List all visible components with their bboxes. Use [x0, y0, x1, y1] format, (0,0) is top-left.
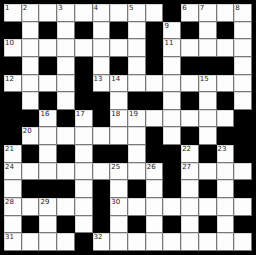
- white-cell-r3c13[interactable]: [217, 39, 235, 57]
- black-cell-r6c11: [181, 92, 199, 110]
- white-cell-r5c10[interactable]: [163, 75, 181, 93]
- white-cell-r12c3[interactable]: 29: [39, 198, 57, 216]
- white-cell-r5c9[interactable]: [146, 75, 164, 93]
- black-cell-r11c8: [128, 180, 146, 198]
- white-cell-r5c13[interactable]: [217, 75, 235, 93]
- white-cell-r8c3[interactable]: [39, 127, 57, 145]
- black-cell-r11c4: [57, 180, 75, 198]
- white-cell-r2c8[interactable]: [128, 22, 146, 40]
- white-cell-r5c8[interactable]: [128, 75, 146, 93]
- clue-number-4: 4: [94, 4, 98, 12]
- black-cell-r9c12: [199, 145, 217, 163]
- white-cell-r1c7[interactable]: [110, 4, 128, 22]
- white-cell-r7c10[interactable]: [163, 110, 181, 128]
- white-cell-r8c10[interactable]: [163, 127, 181, 145]
- clue-number-19: 19: [129, 110, 138, 118]
- white-cell-r7c5[interactable]: 17: [75, 110, 93, 128]
- clue-number-23: 23: [218, 145, 227, 153]
- white-cell-r6c14[interactable]: [234, 92, 252, 110]
- black-cell-r3c9: [146, 39, 164, 57]
- black-cell-r7c1: [4, 110, 22, 128]
- white-cell-r5c4[interactable]: [57, 75, 75, 93]
- white-cell-r4c2[interactable]: [22, 57, 40, 75]
- black-cell-r6c6: [93, 92, 111, 110]
- black-cell-r2c11: [181, 22, 199, 40]
- white-cell-r14c9[interactable]: [146, 233, 164, 251]
- white-cell-r12c9[interactable]: [146, 198, 164, 216]
- white-cell-r3c1[interactable]: 10: [4, 39, 22, 57]
- black-cell-r11c6: [93, 180, 111, 198]
- black-cell-r10c10: [163, 163, 181, 181]
- white-cell-r10c3[interactable]: [39, 163, 57, 181]
- black-cell-r7c6: [93, 110, 111, 128]
- white-cell-r1c2[interactable]: 2: [22, 4, 40, 22]
- white-cell-r1c6[interactable]: 4: [93, 4, 111, 22]
- white-cell-r4c14[interactable]: [234, 57, 252, 75]
- white-cell-r8c5[interactable]: [75, 127, 93, 145]
- white-cell-r9c13[interactable]: 23: [217, 145, 235, 163]
- black-cell-r7c14: [234, 110, 252, 128]
- white-cell-r13c9[interactable]: [146, 216, 164, 234]
- black-cell-r8c9: [146, 127, 164, 145]
- black-cell-r1c10: [163, 4, 181, 22]
- black-cell-r11c10: [163, 180, 181, 198]
- white-cell-r9c5[interactable]: [75, 145, 93, 163]
- white-cell-r10c13[interactable]: [217, 163, 235, 181]
- clue-number-7: 7: [200, 4, 204, 12]
- white-cell-r12c5[interactable]: [75, 198, 93, 216]
- black-cell-r4c11: [181, 57, 199, 75]
- white-cell-r1c9[interactable]: [146, 4, 164, 22]
- black-cell-r8c14: [234, 127, 252, 145]
- white-cell-r12c10[interactable]: [163, 198, 181, 216]
- white-cell-r1c5[interactable]: [75, 4, 93, 22]
- white-cell-r6c2[interactable]: [22, 92, 40, 110]
- white-cell-r5c2[interactable]: [22, 75, 40, 93]
- clue-number-29: 29: [40, 198, 49, 206]
- white-cell-r12c2[interactable]: [22, 198, 40, 216]
- white-cell-r10c5[interactable]: [75, 163, 93, 181]
- white-cell-r2c6[interactable]: [93, 22, 111, 40]
- white-cell-r12c1[interactable]: 28: [4, 198, 22, 216]
- white-cell-r4c8[interactable]: [128, 57, 146, 75]
- white-cell-r10c2[interactable]: [22, 163, 40, 181]
- clue-number-9: 9: [164, 22, 168, 30]
- black-cell-r5c5: [75, 75, 93, 93]
- white-cell-r2c2[interactable]: [22, 22, 40, 40]
- white-cell-r9c1[interactable]: 21: [4, 145, 22, 163]
- white-cell-r4c10[interactable]: [163, 57, 181, 75]
- black-cell-r2c5: [75, 22, 93, 40]
- white-cell-r4c6[interactable]: [93, 57, 111, 75]
- white-cell-r10c4[interactable]: [57, 163, 75, 181]
- black-cell-r9c2: [22, 145, 40, 163]
- white-cell-r13c11[interactable]: [181, 216, 199, 234]
- clue-number-14: 14: [111, 75, 120, 83]
- black-cell-r6c8: [128, 92, 146, 110]
- white-cell-r7c7[interactable]: 18: [110, 110, 128, 128]
- white-cell-r14c14[interactable]: [234, 233, 252, 251]
- black-cell-r6c3: [39, 92, 57, 110]
- clue-number-24: 24: [5, 163, 14, 171]
- white-cell-r13c1[interactable]: [4, 216, 22, 234]
- white-cell-r13c5[interactable]: [75, 216, 93, 234]
- white-cell-r7c13[interactable]: [217, 110, 235, 128]
- white-cell-r14c3[interactable]: [39, 233, 57, 251]
- white-cell-r11c7[interactable]: [110, 180, 128, 198]
- clue-number-27: 27: [182, 163, 191, 171]
- black-cell-r9c10: [163, 145, 181, 163]
- black-cell-r2c3: [39, 22, 57, 40]
- black-cell-r4c9: [146, 57, 164, 75]
- black-cell-r8c13: [217, 127, 235, 145]
- white-cell-r11c5[interactable]: [75, 180, 93, 198]
- white-cell-r9c8[interactable]: [128, 145, 146, 163]
- white-cell-r10c6[interactable]: [93, 163, 111, 181]
- white-cell-r5c3[interactable]: [39, 75, 57, 93]
- black-cell-r13c4: [57, 216, 75, 234]
- black-cell-r4c13: [217, 57, 235, 75]
- clue-number-21: 21: [5, 145, 14, 153]
- clue-number-16: 16: [40, 110, 49, 118]
- white-cell-r12c12[interactable]: [199, 198, 217, 216]
- white-cell-r1c12[interactable]: 7: [199, 4, 217, 22]
- white-cell-r5c12[interactable]: 15: [199, 75, 217, 93]
- black-cell-r4c7: [110, 57, 128, 75]
- white-cell-r10c11[interactable]: 27: [181, 163, 199, 181]
- white-cell-r3c11[interactable]: [181, 39, 199, 57]
- black-cell-r13c12: [199, 216, 217, 234]
- black-cell-r2c9: [146, 22, 164, 40]
- clue-number-3: 3: [58, 4, 62, 12]
- black-cell-r4c3: [39, 57, 57, 75]
- black-cell-r6c9: [146, 92, 164, 110]
- black-cell-r2c13: [217, 22, 235, 40]
- white-cell-r10c7[interactable]: 25: [110, 163, 128, 181]
- black-cell-r13c10: [163, 216, 181, 234]
- white-cell-r10c9[interactable]: 26: [146, 163, 164, 181]
- white-cell-r5c6[interactable]: 13: [93, 75, 111, 93]
- white-cell-r3c6[interactable]: [93, 39, 111, 57]
- clue-number-25: 25: [111, 163, 120, 171]
- white-cell-r13c7[interactable]: [110, 216, 128, 234]
- clue-number-6: 6: [182, 4, 186, 12]
- black-cell-r2c7: [110, 22, 128, 40]
- white-cell-r1c4[interactable]: 3: [57, 4, 75, 22]
- white-cell-r3c14[interactable]: [234, 39, 252, 57]
- white-cell-r8c8[interactable]: [128, 127, 146, 145]
- clue-number-2: 2: [23, 4, 27, 12]
- white-cell-r5c14[interactable]: [234, 75, 252, 93]
- white-cell-r11c9[interactable]: [146, 180, 164, 198]
- white-cell-r13c3[interactable]: [39, 216, 57, 234]
- white-cell-r5c7[interactable]: 14: [110, 75, 128, 93]
- white-cell-r1c13[interactable]: [217, 4, 235, 22]
- white-cell-r1c1[interactable]: 1: [4, 4, 22, 22]
- black-cell-r11c14: [234, 180, 252, 198]
- white-cell-r13c13[interactable]: [217, 216, 235, 234]
- clue-number-20: 20: [23, 127, 32, 135]
- white-cell-r12c14[interactable]: [234, 198, 252, 216]
- white-cell-r2c4[interactable]: [57, 22, 75, 40]
- black-cell-r13c8: [128, 216, 146, 234]
- white-cell-r8c7[interactable]: [110, 127, 128, 145]
- white-cell-r3c8[interactable]: [128, 39, 146, 57]
- clue-number-8: 8: [235, 4, 239, 12]
- black-cell-r11c3: [39, 180, 57, 198]
- white-cell-r11c11[interactable]: [181, 180, 199, 198]
- white-cell-r3c3[interactable]: [39, 39, 57, 57]
- black-cell-r13c14: [234, 216, 252, 234]
- black-cell-r13c6: [93, 216, 111, 234]
- white-cell-r1c14[interactable]: 8: [234, 4, 252, 22]
- black-cell-r4c12: [199, 57, 217, 75]
- white-cell-r3c10[interactable]: 11: [163, 39, 181, 57]
- clue-number-5: 5: [129, 4, 133, 12]
- black-cell-r8c1: [4, 127, 22, 145]
- white-cell-r14c2[interactable]: [22, 233, 40, 251]
- white-cell-r6c12[interactable]: [199, 92, 217, 110]
- white-cell-r11c1[interactable]: [4, 180, 22, 198]
- white-cell-r3c2[interactable]: [22, 39, 40, 57]
- white-cell-r11c13[interactable]: [217, 180, 235, 198]
- white-cell-r14c13[interactable]: [217, 233, 235, 251]
- white-cell-r12c4[interactable]: [57, 198, 75, 216]
- white-cell-r3c7[interactable]: [110, 39, 128, 57]
- black-cell-r9c4: [57, 145, 75, 163]
- black-cell-r7c2: [22, 110, 40, 128]
- white-cell-r3c12[interactable]: [199, 39, 217, 57]
- black-cell-r7c4: [57, 110, 75, 128]
- clue-number-31: 31: [5, 233, 14, 241]
- white-cell-r7c12[interactable]: [199, 110, 217, 128]
- white-cell-r12c13[interactable]: [217, 198, 235, 216]
- black-cell-r6c5: [75, 92, 93, 110]
- white-cell-r10c8[interactable]: [128, 163, 146, 181]
- white-cell-r8c12[interactable]: [199, 127, 217, 145]
- white-cell-r2c10[interactable]: 9: [163, 22, 181, 40]
- white-cell-r14c6[interactable]: 32: [93, 233, 111, 251]
- white-cell-r14c11[interactable]: [181, 233, 199, 251]
- white-cell-r14c8[interactable]: [128, 233, 146, 251]
- black-cell-r2c1: [4, 22, 22, 40]
- black-cell-r6c1: [4, 92, 22, 110]
- clue-number-13: 13: [94, 75, 103, 83]
- clue-number-12: 12: [5, 75, 14, 83]
- black-cell-r4c5: [75, 57, 93, 75]
- black-cell-r8c11: [181, 127, 199, 145]
- white-cell-r2c12[interactable]: [199, 22, 217, 40]
- white-cell-r10c12[interactable]: [199, 163, 217, 181]
- white-cell-r5c11[interactable]: [181, 75, 199, 93]
- black-cell-r9c6: [93, 145, 111, 163]
- black-cell-r12c6: [93, 198, 111, 216]
- black-cell-r9c9: [146, 145, 164, 163]
- crossword-grid: 1234567891011121314151617181920212223242…: [0, 0, 256, 255]
- white-cell-r8c6[interactable]: [93, 127, 111, 145]
- white-cell-r12c7[interactable]: 30: [110, 198, 128, 216]
- black-cell-r9c7: [110, 145, 128, 163]
- white-cell-r1c11[interactable]: 6: [181, 4, 199, 22]
- white-cell-r14c1[interactable]: 31: [4, 233, 22, 251]
- white-cell-r14c10[interactable]: [163, 233, 181, 251]
- white-cell-r3c5[interactable]: [75, 39, 93, 57]
- white-cell-r12c11[interactable]: [181, 198, 199, 216]
- clue-number-11: 11: [164, 39, 173, 47]
- white-cell-r6c10[interactable]: [163, 92, 181, 110]
- white-cell-r4c4[interactable]: [57, 57, 75, 75]
- white-cell-r7c9[interactable]: [146, 110, 164, 128]
- clue-number-22: 22: [182, 145, 191, 153]
- white-cell-r3c4[interactable]: [57, 39, 75, 57]
- white-cell-r2c14[interactable]: [234, 22, 252, 40]
- white-cell-r7c11[interactable]: [181, 110, 199, 128]
- white-cell-r9c3[interactable]: [39, 145, 57, 163]
- white-cell-r10c1[interactable]: 24: [4, 163, 22, 181]
- black-cell-r14c5: [75, 233, 93, 251]
- clue-number-15: 15: [200, 75, 209, 83]
- black-cell-r11c2: [22, 180, 40, 198]
- white-cell-r7c8[interactable]: 19: [128, 110, 146, 128]
- white-cell-r6c7[interactable]: [110, 92, 128, 110]
- clue-number-30: 30: [111, 198, 120, 206]
- black-cell-r6c13: [217, 92, 235, 110]
- clue-number-10: 10: [5, 39, 14, 47]
- white-cell-r8c4[interactable]: [57, 127, 75, 145]
- black-cell-r11c12: [199, 180, 217, 198]
- white-cell-r12c8[interactable]: [128, 198, 146, 216]
- clue-number-17: 17: [76, 110, 85, 118]
- white-cell-r14c4[interactable]: [57, 233, 75, 251]
- clue-number-32: 32: [94, 233, 103, 241]
- white-cell-r9c11[interactable]: 22: [181, 145, 199, 163]
- clue-number-26: 26: [147, 163, 156, 171]
- white-cell-r6c4[interactable]: [57, 92, 75, 110]
- clue-number-1: 1: [5, 4, 9, 12]
- clue-number-28: 28: [5, 198, 14, 206]
- white-cell-r5c1[interactable]: 12: [4, 75, 22, 93]
- white-cell-r7c3[interactable]: 16: [39, 110, 57, 128]
- white-cell-r14c7[interactable]: [110, 233, 128, 251]
- black-cell-r4c1: [4, 57, 22, 75]
- white-cell-r14c12[interactable]: [199, 233, 217, 251]
- white-cell-r10c14[interactable]: [234, 163, 252, 181]
- black-cell-r9c14: [234, 145, 252, 163]
- black-cell-r13c2: [22, 216, 40, 234]
- white-cell-r1c8[interactable]: 5: [128, 4, 146, 22]
- white-cell-r1c3[interactable]: [39, 4, 57, 22]
- clue-number-18: 18: [111, 110, 120, 118]
- white-cell-r8c2[interactable]: 20: [22, 127, 40, 145]
